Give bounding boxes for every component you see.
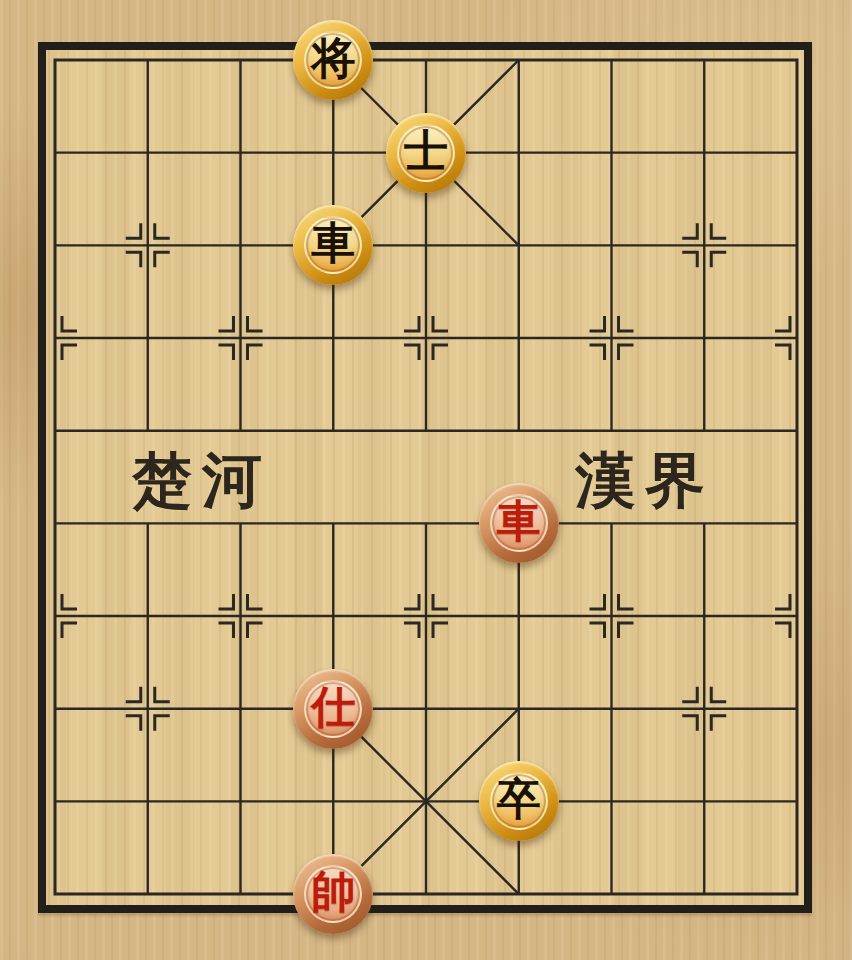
board-point-f7r0[interactable]	[658, 14, 751, 107]
board-point-f8r2[interactable]	[751, 199, 844, 292]
piece-glyph: 士	[404, 130, 448, 174]
piece-black-soldier[interactable]: 卒	[479, 761, 559, 841]
piece-glyph: 将	[311, 37, 355, 81]
board-point-f2r5[interactable]	[194, 477, 287, 570]
board-point-f5r2[interactable]	[472, 199, 565, 292]
board-point-f6r1[interactable]	[565, 106, 658, 199]
board-point-f4r8[interactable]	[380, 755, 473, 848]
piece-face: 士	[397, 124, 455, 182]
board-point-f8r4[interactable]	[751, 384, 844, 477]
piece-face: 車	[304, 216, 362, 274]
board-point-f2r4[interactable]	[194, 384, 287, 477]
board-point-f3r5[interactable]	[287, 477, 380, 570]
piece-glyph: 卒	[497, 778, 541, 822]
board-point-f1r9[interactable]	[101, 848, 194, 941]
board-point-f1r1[interactable]	[101, 106, 194, 199]
piece-black-advisor[interactable]: 士	[386, 113, 466, 193]
board-point-f0r4[interactable]	[9, 384, 102, 477]
board-point-f3r1[interactable]	[287, 106, 380, 199]
board-point-f0r7[interactable]	[9, 662, 102, 755]
board-point-f4r9[interactable]	[380, 848, 473, 941]
board-point-f0r2[interactable]	[9, 199, 102, 292]
piece-red-advisor[interactable]: 仕	[293, 669, 373, 749]
board-point-f7r6[interactable]	[658, 570, 751, 663]
board-point-f4r0[interactable]	[380, 14, 473, 107]
board-point-f5r8[interactable]: 卒	[472, 755, 565, 848]
board-point-f5r7[interactable]	[472, 662, 565, 755]
piece-glyph: 仕	[311, 686, 355, 730]
board-point-f0r0[interactable]	[9, 14, 102, 107]
board-point-f5r1[interactable]	[472, 106, 565, 199]
board-point-f6r3[interactable]	[565, 292, 658, 385]
board-point-f2r9[interactable]	[194, 848, 287, 941]
board-point-f0r6[interactable]	[9, 570, 102, 663]
board-point-f8r1[interactable]	[751, 106, 844, 199]
board-point-f6r2[interactable]	[565, 199, 658, 292]
piece-red-chariot[interactable]: 車	[479, 483, 559, 563]
piece-layer: 将士車車仕卒帥	[9, 14, 844, 941]
board-point-f4r6[interactable]	[380, 570, 473, 663]
board-point-f3r8[interactable]	[287, 755, 380, 848]
piece-glyph: 車	[311, 222, 355, 266]
board-point-f1r2[interactable]	[101, 199, 194, 292]
board-point-f8r7[interactable]	[751, 662, 844, 755]
board-point-f8r9[interactable]	[751, 848, 844, 941]
piece-face: 車	[490, 494, 548, 552]
board-point-f3r6[interactable]	[287, 570, 380, 663]
board-point-f4r2[interactable]	[380, 199, 473, 292]
board-point-f8r0[interactable]	[751, 14, 844, 107]
board-point-f1r4[interactable]	[101, 384, 194, 477]
board-point-f6r8[interactable]	[565, 755, 658, 848]
board-point-f7r2[interactable]	[658, 199, 751, 292]
board-point-f8r8[interactable]	[751, 755, 844, 848]
board-point-f2r1[interactable]	[194, 106, 287, 199]
board-point-f4r1[interactable]: 士	[380, 106, 473, 199]
board-point-f2r0[interactable]	[194, 14, 287, 107]
board-point-f7r7[interactable]	[658, 662, 751, 755]
piece-face: 卒	[490, 772, 548, 830]
piece-black-general[interactable]: 将	[293, 20, 373, 100]
board-point-f7r5[interactable]	[658, 477, 751, 570]
board-point-f5r9[interactable]	[472, 848, 565, 941]
piece-glyph: 車	[497, 500, 541, 544]
board-point-f4r5[interactable]	[380, 477, 473, 570]
board-point-f7r4[interactable]	[658, 384, 751, 477]
board-point-f1r6[interactable]	[101, 570, 194, 663]
piece-face: 将	[304, 31, 362, 89]
board-point-f3r0[interactable]: 将	[287, 14, 380, 107]
xiangqi-board-screen: 楚河 漢界 将士車車仕卒帥	[0, 0, 852, 960]
board-point-f3r3[interactable]	[287, 292, 380, 385]
board-point-f2r8[interactable]	[194, 755, 287, 848]
piece-black-chariot[interactable]: 車	[293, 205, 373, 285]
board-point-f2r2[interactable]	[194, 199, 287, 292]
board-point-f0r5[interactable]	[9, 477, 102, 570]
board-point-f2r7[interactable]	[194, 662, 287, 755]
board-point-f1r8[interactable]	[101, 755, 194, 848]
board-point-f1r5[interactable]	[101, 477, 194, 570]
board-point-f3r9[interactable]: 帥	[287, 848, 380, 941]
board-point-f6r9[interactable]	[565, 848, 658, 941]
board-point-f5r3[interactable]	[472, 292, 565, 385]
board-point-f1r7[interactable]	[101, 662, 194, 755]
board-point-f1r0[interactable]	[101, 14, 194, 107]
board-point-f2r6[interactable]	[194, 570, 287, 663]
board-point-f6r6[interactable]	[565, 570, 658, 663]
board-point-f2r3[interactable]	[194, 292, 287, 385]
board-point-f7r8[interactable]	[658, 755, 751, 848]
piece-red-general[interactable]: 帥	[293, 854, 373, 934]
board-point-f7r3[interactable]	[658, 292, 751, 385]
board-point-f5r5[interactable]: 車	[472, 477, 565, 570]
piece-face: 仕	[304, 680, 362, 738]
board-point-f0r1[interactable]	[9, 106, 102, 199]
board-point-f0r8[interactable]	[9, 755, 102, 848]
board-point-f7r1[interactable]	[658, 106, 751, 199]
board-point-f8r3[interactable]	[751, 292, 844, 385]
piece-face: 帥	[304, 865, 362, 923]
board-point-f5r6[interactable]	[472, 570, 565, 663]
board-point-f3r4[interactable]	[287, 384, 380, 477]
board-point-f3r2[interactable]: 車	[287, 199, 380, 292]
board-point-f0r9[interactable]	[9, 848, 102, 941]
board-point-f6r7[interactable]	[565, 662, 658, 755]
board-point-f8r5[interactable]	[751, 477, 844, 570]
board-point-f4r7[interactable]	[380, 662, 473, 755]
board-point-f4r4[interactable]	[380, 384, 473, 477]
board-point-f6r0[interactable]	[565, 14, 658, 107]
board-point-f6r4[interactable]	[565, 384, 658, 477]
board-point-f4r3[interactable]	[380, 292, 473, 385]
board-point-f7r9[interactable]	[658, 848, 751, 941]
board-point-f8r6[interactable]	[751, 570, 844, 663]
board-point-f6r5[interactable]	[565, 477, 658, 570]
board-point-f5r0[interactable]	[472, 14, 565, 107]
piece-glyph: 帥	[311, 871, 355, 915]
board-point-f1r3[interactable]	[101, 292, 194, 385]
board-point-f0r3[interactable]	[9, 292, 102, 385]
board-point-f5r4[interactable]	[472, 384, 565, 477]
board-point-f3r7[interactable]: 仕	[287, 662, 380, 755]
